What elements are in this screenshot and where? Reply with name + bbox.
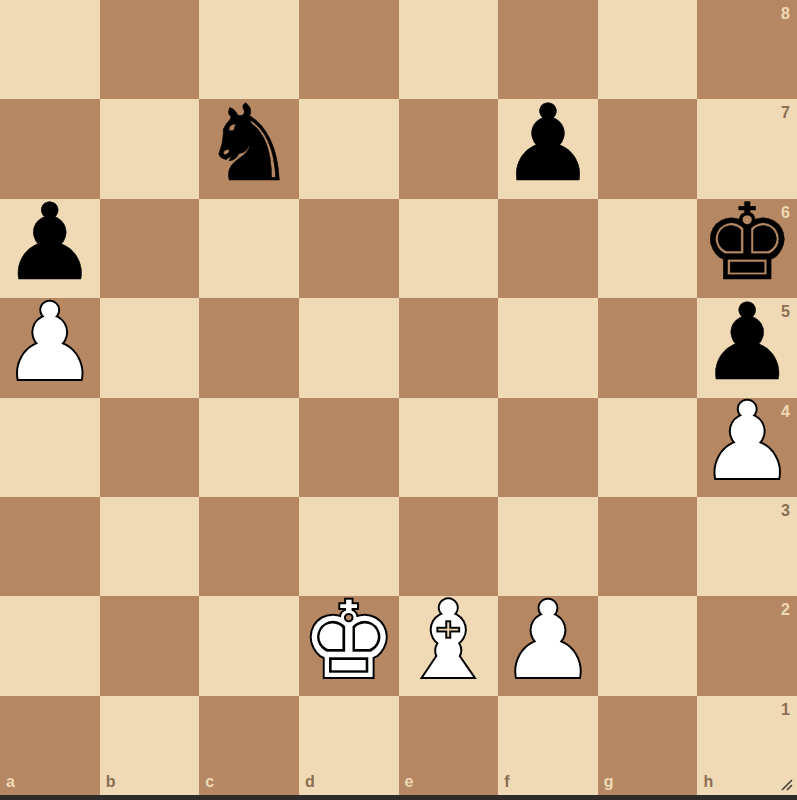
square-c3[interactable] (199, 497, 299, 596)
square-a3[interactable] (0, 497, 100, 596)
file-label-c: c (205, 774, 214, 790)
square-d1[interactable]: d (299, 696, 399, 795)
file-label-h: h (703, 774, 713, 790)
square-f7[interactable]: ♟ (498, 99, 598, 198)
square-e7[interactable] (399, 99, 499, 198)
square-h3[interactable]: 3 (697, 497, 797, 596)
square-g8[interactable] (598, 0, 698, 99)
square-e4[interactable] (399, 398, 499, 497)
rank-label-1: 1 (781, 702, 790, 718)
square-h2[interactable]: 2 (697, 596, 797, 695)
file-label-d: d (305, 774, 315, 790)
square-a2[interactable] (0, 596, 100, 695)
square-b3[interactable] (100, 497, 200, 596)
square-d4[interactable] (299, 398, 399, 497)
resize-grip-icon[interactable] (779, 777, 795, 793)
square-g6[interactable] (598, 199, 698, 298)
file-label-a: a (6, 774, 15, 790)
rank-label-7: 7 (781, 105, 790, 121)
square-e5[interactable] (399, 298, 499, 397)
square-d6[interactable] (299, 199, 399, 298)
square-a8[interactable] (0, 0, 100, 99)
square-a4[interactable] (0, 398, 100, 497)
square-b7[interactable] (100, 99, 200, 198)
square-f2[interactable]: ♟ (498, 596, 598, 695)
square-a5[interactable]: ♟ (0, 298, 100, 397)
white-pawn-piece[interactable]: ♟ (0, 293, 100, 392)
square-d8[interactable] (299, 0, 399, 99)
white-pawn-piece[interactable]: ♟ (498, 591, 598, 690)
square-e8[interactable] (399, 0, 499, 99)
square-g3[interactable] (598, 497, 698, 596)
chess-app: 8♞♟7♟♚6♟♟5♟43♚♝♟2abcdefg1h (0, 0, 797, 800)
square-f5[interactable] (498, 298, 598, 397)
square-f6[interactable] (498, 199, 598, 298)
file-label-b: b (106, 774, 116, 790)
square-h8[interactable]: 8 (697, 0, 797, 99)
square-e1[interactable]: e (399, 696, 499, 795)
rank-label-6: 6 (781, 205, 790, 221)
square-d2[interactable]: ♚ (299, 596, 399, 695)
square-c1[interactable]: c (199, 696, 299, 795)
square-c5[interactable] (199, 298, 299, 397)
rank-label-5: 5 (781, 304, 790, 320)
square-g1[interactable]: g (598, 696, 698, 795)
square-c7[interactable]: ♞ (199, 99, 299, 198)
square-c6[interactable] (199, 199, 299, 298)
white-bishop-piece[interactable]: ♝ (399, 591, 499, 690)
file-label-g: g (604, 774, 614, 790)
white-king-piece[interactable]: ♚ (299, 591, 399, 690)
square-b5[interactable] (100, 298, 200, 397)
square-e6[interactable] (399, 199, 499, 298)
square-b2[interactable] (100, 596, 200, 695)
black-knight-piece[interactable]: ♞ (199, 94, 299, 193)
rank-label-2: 2 (781, 602, 790, 618)
square-c4[interactable] (199, 398, 299, 497)
square-b8[interactable] (100, 0, 200, 99)
file-label-e: e (405, 774, 414, 790)
square-d7[interactable] (299, 99, 399, 198)
square-f1[interactable]: f (498, 696, 598, 795)
square-a1[interactable]: a (0, 696, 100, 795)
chess-board: 8♞♟7♟♚6♟♟5♟43♚♝♟2abcdefg1h (0, 0, 797, 795)
black-pawn-piece[interactable]: ♟ (498, 94, 598, 193)
square-e2[interactable]: ♝ (399, 596, 499, 695)
square-b6[interactable] (100, 199, 200, 298)
square-h4[interactable]: ♟4 (697, 398, 797, 497)
square-f4[interactable] (498, 398, 598, 497)
rank-label-8: 8 (781, 6, 790, 22)
rank-label-3: 3 (781, 503, 790, 519)
square-g5[interactable] (598, 298, 698, 397)
black-pawn-piece[interactable]: ♟ (0, 194, 100, 293)
square-c2[interactable] (199, 596, 299, 695)
rank-label-4: 4 (781, 404, 790, 420)
file-label-f: f (504, 774, 509, 790)
square-b1[interactable]: b (100, 696, 200, 795)
square-g2[interactable] (598, 596, 698, 695)
square-g4[interactable] (598, 398, 698, 497)
square-g7[interactable] (598, 99, 698, 198)
window-bottom-edge (0, 795, 797, 800)
square-d5[interactable] (299, 298, 399, 397)
square-b4[interactable] (100, 398, 200, 497)
